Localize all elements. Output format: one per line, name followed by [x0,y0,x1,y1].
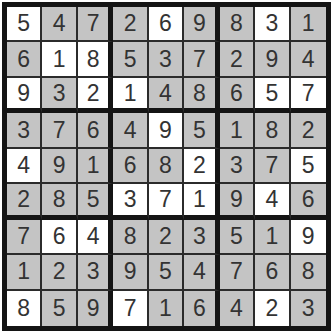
cell-r4c9[interactable]: 2 [291,113,326,148]
cell-r7c4[interactable]: 8 [113,220,148,255]
cell-r6c8[interactable]: 4 [255,184,290,219]
cell-r9c7[interactable]: 4 [220,291,255,326]
cell-r2c1[interactable]: 6 [7,42,42,77]
cell-r9c3[interactable]: 9 [78,291,113,326]
cell-r4c2[interactable]: 7 [42,113,77,148]
cell-r5c4[interactable]: 6 [113,149,148,184]
cell-r4c3[interactable]: 6 [78,113,113,148]
cell-r3c9[interactable]: 7 [291,78,326,113]
cell-r7c1[interactable]: 7 [7,220,42,255]
cell-r6c7[interactable]: 9 [220,184,255,219]
cell-r3c4[interactable]: 1 [113,78,148,113]
cell-r4c1[interactable]: 3 [7,113,42,148]
cell-r3c8[interactable]: 5 [255,78,290,113]
cell-r9c1[interactable]: 8 [7,291,42,326]
cell-r1c2[interactable]: 4 [42,7,77,42]
cell-r8c3[interactable]: 3 [78,255,113,290]
cell-r5c6[interactable]: 2 [184,149,219,184]
cell-r2c7[interactable]: 2 [220,42,255,77]
page: 5472698316185372949321486573764951824916… [0,0,333,333]
cell-r3c5[interactable]: 4 [149,78,184,113]
cell-r8c4[interactable]: 9 [113,255,148,290]
cell-r8c1[interactable]: 1 [7,255,42,290]
cell-r1c9[interactable]: 1 [291,7,326,42]
cell-r9c2[interactable]: 5 [42,291,77,326]
cell-r2c3[interactable]: 8 [78,42,113,77]
cell-r7c9[interactable]: 9 [291,220,326,255]
cell-r5c3[interactable]: 1 [78,149,113,184]
cell-r7c6[interactable]: 3 [184,220,219,255]
cell-r9c8[interactable]: 2 [255,291,290,326]
cell-r8c6[interactable]: 4 [184,255,219,290]
cell-r5c8[interactable]: 7 [255,149,290,184]
cell-r7c5[interactable]: 2 [149,220,184,255]
cell-r8c9[interactable]: 8 [291,255,326,290]
cell-r1c3[interactable]: 7 [78,7,113,42]
cell-r8c2[interactable]: 2 [42,255,77,290]
cell-r7c2[interactable]: 6 [42,220,77,255]
cell-r9c4[interactable]: 7 [113,291,148,326]
cell-r5c9[interactable]: 5 [291,149,326,184]
cell-r9c9[interactable]: 3 [291,291,326,326]
cell-r6c6[interactable]: 1 [184,184,219,219]
cell-r7c3[interactable]: 4 [78,220,113,255]
cell-r5c2[interactable]: 9 [42,149,77,184]
cell-r2c2[interactable]: 1 [42,42,77,77]
cell-r2c6[interactable]: 7 [184,42,219,77]
cell-r2c5[interactable]: 3 [149,42,184,77]
cell-r8c7[interactable]: 7 [220,255,255,290]
cell-r4c4[interactable]: 4 [113,113,148,148]
cell-r6c9[interactable]: 6 [291,184,326,219]
cell-r1c5[interactable]: 6 [149,7,184,42]
cell-r1c1[interactable]: 5 [7,7,42,42]
cell-r7c7[interactable]: 5 [220,220,255,255]
cell-r4c6[interactable]: 5 [184,113,219,148]
cell-r3c7[interactable]: 6 [220,78,255,113]
cell-r2c4[interactable]: 5 [113,42,148,77]
cell-r9c6[interactable]: 6 [184,291,219,326]
cell-r4c8[interactable]: 8 [255,113,290,148]
cell-r5c1[interactable]: 4 [7,149,42,184]
cell-r8c8[interactable]: 6 [255,255,290,290]
cell-r3c1[interactable]: 9 [7,78,42,113]
cell-r4c7[interactable]: 1 [220,113,255,148]
cell-r6c1[interactable]: 2 [7,184,42,219]
cell-r6c3[interactable]: 5 [78,184,113,219]
cell-r5c5[interactable]: 8 [149,149,184,184]
cell-r3c3[interactable]: 2 [78,78,113,113]
cell-r1c7[interactable]: 8 [220,7,255,42]
cell-r7c8[interactable]: 1 [255,220,290,255]
sudoku-board: 5472698316185372949321486573764951824916… [2,2,331,331]
cell-r2c9[interactable]: 4 [291,42,326,77]
cell-r3c2[interactable]: 3 [42,78,77,113]
cell-r4c5[interactable]: 9 [149,113,184,148]
cell-r1c4[interactable]: 2 [113,7,148,42]
cell-r6c2[interactable]: 8 [42,184,77,219]
cell-r1c8[interactable]: 3 [255,7,290,42]
cell-r2c8[interactable]: 9 [255,42,290,77]
cell-r8c5[interactable]: 5 [149,255,184,290]
cell-r6c4[interactable]: 3 [113,184,148,219]
cell-r9c5[interactable]: 1 [149,291,184,326]
cell-r3c6[interactable]: 8 [184,78,219,113]
cell-r5c7[interactable]: 3 [220,149,255,184]
cell-r6c5[interactable]: 7 [149,184,184,219]
cell-r1c6[interactable]: 9 [184,7,219,42]
